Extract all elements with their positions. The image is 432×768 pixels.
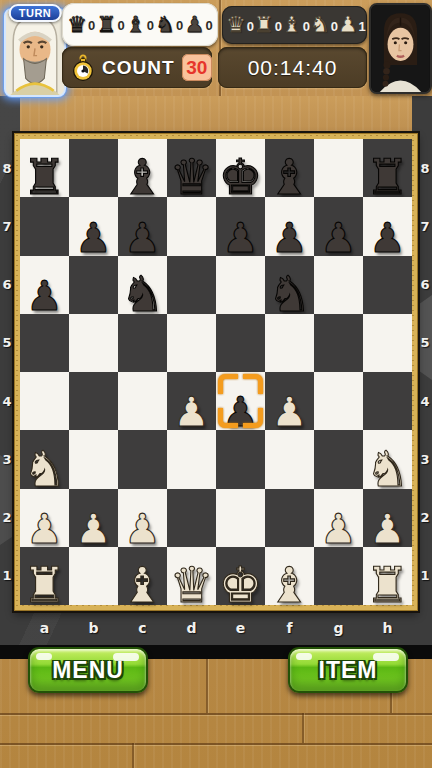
board-square-c7[interactable]: ♟ <box>118 197 167 255</box>
rank-label-4: 4 <box>0 372 14 430</box>
board-square-c8[interactable]: ♝ <box>118 139 167 197</box>
board-square-g7[interactable]: ♟ <box>314 197 363 255</box>
rank-label-6: 6 <box>418 256 432 314</box>
board-square-d8[interactable]: ♛ <box>167 139 216 197</box>
white-pawn-piece[interactable]: ♟ <box>26 509 63 550</box>
game-timer: 00:14:40 <box>248 56 338 80</box>
chess-app-screen: ♜♝♛♚♝♜♟♟♟♟♟♟♟♞♞♟♟♟♞♞♟♟♟♟♟♜♝♛♚♝♜ 87654321… <box>0 0 432 768</box>
rank-label-8: 8 <box>418 139 432 197</box>
board-square-f1[interactable]: ♝ <box>265 547 314 605</box>
board-square-h6[interactable] <box>363 256 412 314</box>
captured-pawn-count: 1 <box>359 18 366 36</box>
wood-above-board <box>20 96 412 133</box>
board-square-e3[interactable] <box>216 430 265 488</box>
board-square-a7[interactable] <box>20 197 69 255</box>
bishop-icon: ♝ <box>282 14 302 36</box>
game-timer-panel: 00:14:40 <box>218 47 367 88</box>
board-square-a3[interactable]: ♞ <box>20 430 69 488</box>
board-square-a1[interactable]: ♜ <box>20 547 69 605</box>
white-pawn-piece[interactable]: ♟ <box>173 392 210 433</box>
white-bishop-piece[interactable]: ♝ <box>121 561 165 610</box>
rank-label-2: 2 <box>418 489 432 547</box>
board-square-h7[interactable]: ♟ <box>363 197 412 255</box>
plank-seam <box>132 743 134 768</box>
captured-by-black-tray: ♛0♜0♝0♞0♟1 <box>222 6 367 44</box>
board-square-a8[interactable]: ♜ <box>20 139 69 197</box>
captured-knight-count: 0 <box>331 18 338 36</box>
black-pawn-piece[interactable]: ♟ <box>271 218 308 259</box>
black-pawn-piece[interactable]: ♟ <box>222 218 259 259</box>
black-queen-piece[interactable]: ♛ <box>170 153 214 202</box>
captured-bishop-slot: ♝0 <box>126 14 154 36</box>
file-label-d: d <box>167 612 216 644</box>
black-pawn-piece[interactable]: ♟ <box>75 218 112 259</box>
white-queen-piece[interactable]: ♛ <box>170 561 214 610</box>
board-square-b6[interactable] <box>69 256 118 314</box>
turn-badge: TURN <box>9 4 62 22</box>
board-square-b8[interactable] <box>69 139 118 197</box>
rank-label-8: 8 <box>0 139 14 197</box>
board-square-d4[interactable]: ♟ <box>167 372 216 430</box>
count-label: COUNT <box>102 57 175 79</box>
plank-seam <box>0 713 432 715</box>
rank-label-5: 5 <box>418 314 432 372</box>
black-king-piece[interactable]: ♚ <box>219 153 263 202</box>
board-square-f8[interactable]: ♝ <box>265 139 314 197</box>
board-square-c6[interactable]: ♞ <box>118 256 167 314</box>
board-square-b2[interactable]: ♟ <box>69 489 118 547</box>
rank-label-1: 1 <box>0 547 14 605</box>
black-rook-piece[interactable]: ♜ <box>23 153 67 202</box>
captured-knight-count: 0 <box>176 17 183 35</box>
board-square-e1[interactable]: ♚ <box>216 547 265 605</box>
bishop-icon: ♝ <box>126 14 146 36</box>
board-square-a5[interactable] <box>20 314 69 372</box>
board-square-b5[interactable] <box>69 314 118 372</box>
captured-knight-slot: ♞0 <box>310 14 338 36</box>
captured-pawn-slot: ♟1 <box>338 14 366 36</box>
count-value-badge: 30 <box>182 54 212 81</box>
white-rook-piece[interactable]: ♜ <box>23 561 67 610</box>
captured-queen-slot: ♛0 <box>226 14 254 36</box>
white-king-piece[interactable]: ♚ <box>219 561 263 610</box>
file-labels: abcdefgh <box>20 612 412 644</box>
stopwatch-icon <box>71 54 95 82</box>
pawn-icon: ♟ <box>338 14 358 36</box>
white-pawn-piece[interactable]: ♟ <box>271 392 308 433</box>
black-rook-piece[interactable]: ♜ <box>366 153 410 202</box>
old-man-portrait <box>6 10 64 95</box>
white-pawn-piece[interactable]: ♟ <box>320 509 357 550</box>
rook-icon: ♜ <box>97 14 117 36</box>
black-bishop-piece[interactable]: ♝ <box>121 153 165 202</box>
queen-icon: ♛ <box>226 14 246 36</box>
black-pawn-piece[interactable]: ♟ <box>222 392 259 433</box>
rank-labels-left: 87654321 <box>0 139 14 605</box>
black-knight-piece[interactable]: ♞ <box>268 270 312 319</box>
board-square-d7[interactable] <box>167 197 216 255</box>
captured-rook-count: 0 <box>117 17 124 35</box>
black-pawn-piece[interactable]: ♟ <box>124 218 161 259</box>
rank-label-5: 5 <box>0 314 14 372</box>
rank-label-3: 3 <box>418 430 432 488</box>
white-knight-piece[interactable]: ♞ <box>366 445 410 494</box>
captured-rook-slot: ♜0 <box>254 14 282 36</box>
captured-bishop-count: 0 <box>147 17 154 35</box>
board-square-a6[interactable]: ♟ <box>20 256 69 314</box>
board-square-g5[interactable] <box>314 314 363 372</box>
board-square-e8[interactable]: ♚ <box>216 139 265 197</box>
black-pawn-piece[interactable]: ♟ <box>320 218 357 259</box>
file-label-a: a <box>20 612 69 644</box>
captured-queen-count: 0 <box>88 17 95 35</box>
rook-icon: ♜ <box>254 14 274 36</box>
board-square-h3[interactable]: ♞ <box>363 430 412 488</box>
black-knight-piece[interactable]: ♞ <box>121 270 165 319</box>
board-square-e5[interactable] <box>216 314 265 372</box>
rank-label-3: 3 <box>0 430 14 488</box>
board-square-b4[interactable] <box>69 372 118 430</box>
plank-seam <box>302 713 304 743</box>
board-square-g6[interactable] <box>314 256 363 314</box>
board-square-c5[interactable] <box>118 314 167 372</box>
rank-label-4: 4 <box>418 372 432 430</box>
woman-portrait <box>371 5 430 92</box>
board-square-d3[interactable] <box>167 430 216 488</box>
move-count-panel: COUNT 30 <box>62 47 212 88</box>
count-value: 30 <box>186 57 207 79</box>
board-square-b1[interactable] <box>69 547 118 605</box>
board-square-d1[interactable]: ♛ <box>167 547 216 605</box>
board-square-f7[interactable]: ♟ <box>265 197 314 255</box>
board-square-h8[interactable]: ♜ <box>363 139 412 197</box>
captured-pawn-slot: ♟0 <box>185 14 213 36</box>
knight-icon: ♞ <box>310 14 330 36</box>
board-square-e4[interactable]: ♟ <box>216 372 265 430</box>
white-bishop-piece[interactable]: ♝ <box>268 561 312 610</box>
pawn-icon: ♟ <box>185 14 205 36</box>
white-knight-piece[interactable]: ♞ <box>23 445 67 494</box>
board-square-b7[interactable]: ♟ <box>69 197 118 255</box>
board-square-f4[interactable]: ♟ <box>265 372 314 430</box>
file-label-c: c <box>118 612 167 644</box>
black-bishop-piece[interactable]: ♝ <box>268 153 312 202</box>
board-square-h4[interactable] <box>363 372 412 430</box>
board-square-g4[interactable] <box>314 372 363 430</box>
captured-rook-slot: ♜0 <box>97 14 125 36</box>
captured-pawn-count: 0 <box>205 17 212 35</box>
queen-icon: ♛ <box>67 14 87 36</box>
menu-button[interactable]: MENU <box>28 647 148 693</box>
board-square-c1[interactable]: ♝ <box>118 547 167 605</box>
board-square-d6[interactable] <box>167 256 216 314</box>
board-square-g3[interactable] <box>314 430 363 488</box>
board-square-h2[interactable]: ♟ <box>363 489 412 547</box>
item-button-label: ITEM <box>319 657 378 684</box>
captured-bishop-count: 0 <box>303 18 310 36</box>
board-square-a2[interactable]: ♟ <box>20 489 69 547</box>
black-pawn-piece[interactable]: ♟ <box>26 276 63 317</box>
board-square-c4[interactable] <box>118 372 167 430</box>
board-square-e7[interactable]: ♟ <box>216 197 265 255</box>
file-label-e: e <box>216 612 265 644</box>
captured-rook-count: 0 <box>275 18 282 36</box>
file-label-f: f <box>265 612 314 644</box>
plank-seam <box>206 659 208 713</box>
rank-label-7: 7 <box>418 197 432 255</box>
captured-knight-slot: ♞0 <box>155 14 183 36</box>
white-pawn-piece[interactable]: ♟ <box>75 509 112 550</box>
chess-board[interactable]: ♜♝♛♚♝♜♟♟♟♟♟♟♟♞♞♟♟♟♞♞♟♟♟♟♟♜♝♛♚♝♜ <box>20 139 412 605</box>
board-square-d2[interactable] <box>167 489 216 547</box>
file-label-b: b <box>69 612 118 644</box>
captured-queen-slot: ♛0 <box>67 14 95 36</box>
plank-seam <box>0 743 432 745</box>
board-square-a4[interactable] <box>20 372 69 430</box>
captured-queen-count: 0 <box>247 18 254 36</box>
board-square-f2[interactable] <box>265 489 314 547</box>
rank-labels-right: 87654321 <box>418 139 432 605</box>
rank-label-2: 2 <box>0 489 14 547</box>
menu-button-label: MENU <box>52 657 124 684</box>
knight-icon: ♞ <box>155 14 175 36</box>
player-black-avatar <box>369 3 432 94</box>
white-rook-piece[interactable]: ♜ <box>366 561 410 610</box>
player-white-avatar: TURN <box>4 8 66 97</box>
rank-label-1: 1 <box>418 547 432 605</box>
white-pawn-piece[interactable]: ♟ <box>124 509 161 550</box>
rank-label-7: 7 <box>0 197 14 255</box>
board-square-f5[interactable] <box>265 314 314 372</box>
board-square-h1[interactable]: ♜ <box>363 547 412 605</box>
board-square-c3[interactable] <box>118 430 167 488</box>
board-square-f3[interactable] <box>265 430 314 488</box>
board-square-c2[interactable]: ♟ <box>118 489 167 547</box>
board-square-g2[interactable]: ♟ <box>314 489 363 547</box>
file-label-h: h <box>363 612 412 644</box>
white-pawn-piece[interactable]: ♟ <box>369 509 406 550</box>
board-square-d5[interactable] <box>167 314 216 372</box>
board-square-g8[interactable] <box>314 139 363 197</box>
board-square-g1[interactable] <box>314 547 363 605</box>
captured-by-white-tray: ♛0♜0♝0♞0♟0 <box>62 3 218 46</box>
file-label-g: g <box>314 612 363 644</box>
board-square-f6[interactable]: ♞ <box>265 256 314 314</box>
rank-label-6: 6 <box>0 256 14 314</box>
black-pawn-piece[interactable]: ♟ <box>369 218 406 259</box>
item-button[interactable]: ITEM <box>288 647 408 693</box>
board-square-h5[interactable] <box>363 314 412 372</box>
board-square-e6[interactable] <box>216 256 265 314</box>
board-square-b3[interactable] <box>69 430 118 488</box>
captured-bishop-slot: ♝0 <box>282 14 310 36</box>
board-square-e2[interactable] <box>216 489 265 547</box>
